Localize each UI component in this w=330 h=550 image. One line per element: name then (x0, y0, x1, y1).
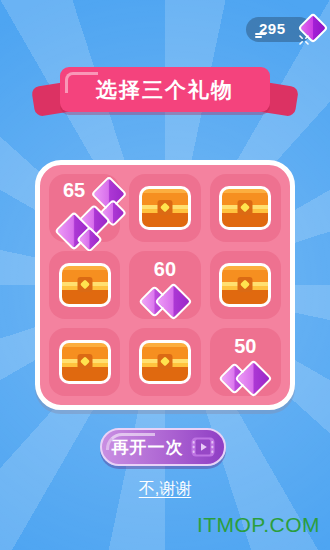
gift-cell-3-chest[interactable] (210, 174, 281, 242)
gem-value: 50 (234, 335, 256, 358)
banner-title: 选择三个礼物 (96, 76, 234, 104)
chest-icon (219, 186, 271, 230)
sparkle-icon (298, 32, 310, 44)
chest-icon (59, 263, 111, 307)
chest-icon (59, 340, 111, 384)
video-ad-icon (191, 437, 215, 457)
gift-grid: 656050 (40, 165, 290, 405)
game-screen: 295 选择三个礼物 656050 再开一次 (0, 0, 330, 550)
gift-cell-9-gems-pair[interactable]: 50 (210, 328, 281, 396)
decline-link[interactable]: 不,谢谢 (0, 479, 330, 500)
gem-pair-icon (143, 288, 187, 315)
gem-pair-icon (223, 365, 267, 392)
gift-cell-1-gems-cluster[interactable]: 65 (49, 174, 120, 242)
gift-cell-7-chest[interactable] (49, 328, 120, 396)
gem-value: 60 (154, 258, 176, 281)
banner-plate: 选择三个礼物 (60, 67, 270, 112)
gift-cell-2-chest[interactable] (129, 174, 200, 242)
gift-cell-5-gems-pair[interactable]: 60 (129, 251, 200, 319)
counter-accent-lines (255, 33, 267, 38)
chest-icon (219, 263, 271, 307)
gift-panel: 656050 (35, 160, 295, 410)
gift-cell-8-chest[interactable] (129, 328, 200, 396)
open-again-button[interactable]: 再开一次 (100, 428, 226, 466)
watermark: ITMOP.COM (197, 513, 320, 537)
chest-icon (139, 340, 191, 384)
open-again-label: 再开一次 (112, 436, 184, 459)
chest-icon (139, 186, 191, 230)
gift-cell-6-chest[interactable] (210, 251, 281, 319)
gem-icon (235, 359, 273, 397)
gem-value: 65 (63, 179, 85, 202)
gem-icon (154, 282, 192, 320)
gift-cell-4-chest[interactable] (49, 251, 120, 319)
currency-counter: 295 (246, 17, 312, 42)
